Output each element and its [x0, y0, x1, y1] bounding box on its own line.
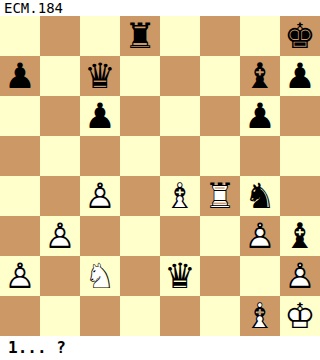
- white-pawn-icon: ♟♙: [0, 256, 40, 296]
- square-f6[interactable]: [200, 96, 240, 136]
- piece-outline: ♗: [160, 176, 200, 216]
- square-g5[interactable]: [240, 136, 280, 176]
- square-b4[interactable]: [40, 176, 80, 216]
- square-b1[interactable]: [40, 296, 80, 336]
- square-c5[interactable]: [80, 136, 120, 176]
- square-g3[interactable]: ♟♙: [240, 216, 280, 256]
- piece-outline: ♙: [280, 256, 320, 296]
- square-h4[interactable]: [280, 176, 320, 216]
- black-pawn-icon: ♟: [80, 96, 120, 136]
- square-h5[interactable]: [280, 136, 320, 176]
- square-a6[interactable]: [0, 96, 40, 136]
- square-d3[interactable]: [120, 216, 160, 256]
- piece-outline: ♙: [240, 216, 280, 256]
- square-f5[interactable]: [200, 136, 240, 176]
- piece-outline: ♗: [240, 296, 280, 336]
- square-f4[interactable]: ♜♖: [200, 176, 240, 216]
- white-pawn-icon: ♟♙: [80, 176, 120, 216]
- square-f7[interactable]: [200, 56, 240, 96]
- square-h8[interactable]: ♚: [280, 16, 320, 56]
- square-a4[interactable]: [0, 176, 40, 216]
- square-e8[interactable]: [160, 16, 200, 56]
- square-e3[interactable]: [160, 216, 200, 256]
- square-h3[interactable]: ♝: [280, 216, 320, 256]
- chess-board: ♜♚♟♛♝♟♟♟♟♙♝♗♜♖♞♟♙♟♙♝♟♙♞♘♛♟♙♝♗♚♔: [0, 16, 320, 336]
- square-e1[interactable]: [160, 296, 200, 336]
- piece-outline: ♙: [80, 176, 120, 216]
- square-d7[interactable]: [120, 56, 160, 96]
- square-a8[interactable]: [0, 16, 40, 56]
- square-b6[interactable]: [40, 96, 80, 136]
- square-b7[interactable]: [40, 56, 80, 96]
- square-d5[interactable]: [120, 136, 160, 176]
- puzzle-title: ECM.184: [0, 0, 63, 16]
- piece-outline: ♙: [0, 256, 40, 296]
- white-pawn-icon: ♟♙: [280, 256, 320, 296]
- black-king-icon: ♚: [280, 16, 320, 56]
- white-pawn-icon: ♟♙: [40, 216, 80, 256]
- square-g7[interactable]: ♝: [240, 56, 280, 96]
- white-knight-icon: ♞♘: [80, 256, 120, 296]
- black-queen-icon: ♛: [80, 56, 120, 96]
- square-f8[interactable]: [200, 16, 240, 56]
- status-bar: 1... ?: [0, 336, 320, 360]
- white-rook-icon: ♜♖: [200, 176, 240, 216]
- square-g6[interactable]: ♟: [240, 96, 280, 136]
- square-c2[interactable]: ♞♘: [80, 256, 120, 296]
- square-g8[interactable]: [240, 16, 280, 56]
- square-h2[interactable]: ♟♙: [280, 256, 320, 296]
- square-a3[interactable]: [0, 216, 40, 256]
- piece-outline: ♙: [40, 216, 80, 256]
- black-pawn-icon: ♟: [0, 56, 40, 96]
- square-g1[interactable]: ♝♗: [240, 296, 280, 336]
- square-h6[interactable]: [280, 96, 320, 136]
- black-bishop-icon: ♝: [240, 56, 280, 96]
- square-c6[interactable]: ♟: [80, 96, 120, 136]
- square-e4[interactable]: ♝♗: [160, 176, 200, 216]
- black-bishop-icon: ♝: [280, 216, 320, 256]
- white-bishop-icon: ♝♗: [160, 176, 200, 216]
- square-f3[interactable]: [200, 216, 240, 256]
- square-b2[interactable]: [40, 256, 80, 296]
- square-f1[interactable]: [200, 296, 240, 336]
- square-b8[interactable]: [40, 16, 80, 56]
- piece-outline: ♔: [280, 296, 320, 336]
- square-g2[interactable]: [240, 256, 280, 296]
- square-d4[interactable]: [120, 176, 160, 216]
- white-bishop-icon: ♝♗: [240, 296, 280, 336]
- black-pawn-icon: ♟: [280, 56, 320, 96]
- square-a5[interactable]: [0, 136, 40, 176]
- square-h1[interactable]: ♚♔: [280, 296, 320, 336]
- square-c4[interactable]: ♟♙: [80, 176, 120, 216]
- black-pawn-icon: ♟: [240, 96, 280, 136]
- square-c8[interactable]: [80, 16, 120, 56]
- square-d1[interactable]: [120, 296, 160, 336]
- white-pawn-icon: ♟♙: [240, 216, 280, 256]
- title-bar: ECM.184: [0, 0, 320, 16]
- square-b5[interactable]: [40, 136, 80, 176]
- square-d2[interactable]: [120, 256, 160, 296]
- piece-outline: ♖: [200, 176, 240, 216]
- square-a2[interactable]: ♟♙: [0, 256, 40, 296]
- square-e5[interactable]: [160, 136, 200, 176]
- square-c1[interactable]: [80, 296, 120, 336]
- square-e7[interactable]: [160, 56, 200, 96]
- square-a1[interactable]: [0, 296, 40, 336]
- square-e2[interactable]: ♛: [160, 256, 200, 296]
- piece-outline: ♘: [80, 256, 120, 296]
- square-e6[interactable]: [160, 96, 200, 136]
- black-queen-icon: ♛: [160, 256, 200, 296]
- square-g4[interactable]: ♞: [240, 176, 280, 216]
- square-f2[interactable]: [200, 256, 240, 296]
- square-d6[interactable]: [120, 96, 160, 136]
- black-rook-icon: ♜: [120, 16, 160, 56]
- square-a7[interactable]: ♟: [0, 56, 40, 96]
- black-knight-icon: ♞: [240, 176, 280, 216]
- move-prompt: 1... ?: [0, 336, 66, 358]
- square-c7[interactable]: ♛: [80, 56, 120, 96]
- square-d8[interactable]: ♜: [120, 16, 160, 56]
- square-h7[interactable]: ♟: [280, 56, 320, 96]
- square-c3[interactable]: [80, 216, 120, 256]
- square-b3[interactable]: ♟♙: [40, 216, 80, 256]
- white-king-icon: ♚♔: [280, 296, 320, 336]
